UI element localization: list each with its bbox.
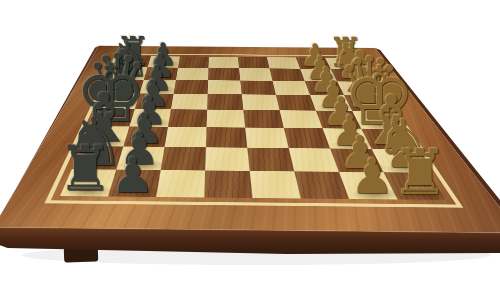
pieces-layer: ♜♟♟♜♞♟♟♞♝♟♟♝♛♟♟♛♚♟♟♚♝♟♟♝♞♟♟♞♜♟♟♜ [0,0,500,282]
chess-set-photo: ♜♟♟♜♞♟♟♞♝♟♟♝♛♟♟♛♚♟♟♚♝♟♟♝♞♟♟♞♜♟♟♜ [0,0,500,282]
chess-piece-brass-pawn[interactable]: ♟ [350,153,394,202]
chess-piece-brass-rook[interactable]: ♜ [392,142,448,205]
chess-piece-dark-rook[interactable]: ♜ [57,139,113,201]
chess-piece-dark-pawn[interactable]: ♟ [111,151,154,200]
